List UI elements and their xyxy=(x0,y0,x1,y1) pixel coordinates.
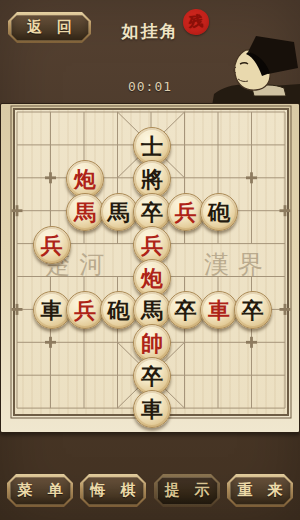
piece-red[interactable]: 兵 xyxy=(167,193,205,231)
piece-character: 炮 xyxy=(74,161,96,197)
back-button[interactable]: 返回 xyxy=(8,12,91,43)
piece-character: 卒 xyxy=(141,358,163,394)
piece-red[interactable]: 車 xyxy=(200,291,238,329)
piece-red[interactable]: 兵 xyxy=(66,291,104,329)
piece-character: 砲 xyxy=(108,292,130,328)
piece-character: 帥 xyxy=(141,325,163,361)
piece-character: 卒 xyxy=(175,292,197,328)
piece-character: 車 xyxy=(41,292,63,328)
opponent-portrait-illustration xyxy=(212,34,300,106)
restart-button[interactable]: 重来 xyxy=(227,474,293,507)
piece-red[interactable]: 馬 xyxy=(66,193,104,231)
red-seal-badge: 残 xyxy=(182,8,210,36)
back-button-face: 返回 xyxy=(11,15,89,41)
hint-button[interactable]: 提示 xyxy=(154,474,220,507)
menu-button[interactable]: 菜单 xyxy=(7,474,73,507)
page-title: 如挂角 xyxy=(122,20,179,43)
piece-black[interactable]: 車 xyxy=(133,390,171,428)
game-timer: 00:01 xyxy=(128,79,172,94)
piece-character: 車 xyxy=(141,391,163,427)
piece-character: 士 xyxy=(141,128,163,164)
pieces-layer: 士炮將馬馬卒兵砲兵兵炮車兵砲馬卒車卒帥卒車 xyxy=(1,104,299,432)
menu-button-label: 菜单 xyxy=(3,481,78,500)
app: 返回 如挂角 残 00:01 楚河 漢界 士炮將馬馬卒兵砲兵兵炮車兵砲馬卒車卒帥… xyxy=(0,0,300,520)
piece-black[interactable]: 卒 xyxy=(234,291,272,329)
piece-character: 馬 xyxy=(74,194,96,230)
piece-character: 兵 xyxy=(175,194,197,230)
piece-character: 兵 xyxy=(74,292,96,328)
piece-character: 炮 xyxy=(141,260,163,296)
piece-black[interactable]: 馬 xyxy=(100,193,138,231)
undo-button-label: 悔棋 xyxy=(76,481,151,500)
piece-character: 馬 xyxy=(108,194,130,230)
piece-black[interactable]: 砲 xyxy=(100,291,138,329)
restart-button-label: 重来 xyxy=(223,481,298,500)
piece-character: 兵 xyxy=(41,227,63,263)
undo-move-button[interactable]: 悔棋 xyxy=(80,474,146,507)
piece-character: 卒 xyxy=(141,194,163,230)
piece-black[interactable]: 車 xyxy=(33,291,71,329)
piece-character: 砲 xyxy=(208,194,230,230)
piece-black[interactable]: 卒 xyxy=(133,193,171,231)
piece-black[interactable]: 卒 xyxy=(167,291,205,329)
piece-character: 卒 xyxy=(242,292,264,328)
piece-red[interactable]: 兵 xyxy=(33,226,71,264)
hint-button-label: 提示 xyxy=(150,481,225,500)
piece-character: 車 xyxy=(208,292,230,328)
seal-character: 残 xyxy=(188,13,203,32)
piece-character: 將 xyxy=(141,161,163,197)
piece-character: 馬 xyxy=(141,292,163,328)
piece-red[interactable]: 兵 xyxy=(133,226,171,264)
piece-character: 兵 xyxy=(141,227,163,263)
board[interactable]: 楚河 漢界 士炮將馬馬卒兵砲兵兵炮車兵砲馬卒車卒帥卒車 xyxy=(0,103,300,433)
piece-black[interactable]: 砲 xyxy=(200,193,238,231)
back-button-label: 返回 xyxy=(12,18,87,37)
